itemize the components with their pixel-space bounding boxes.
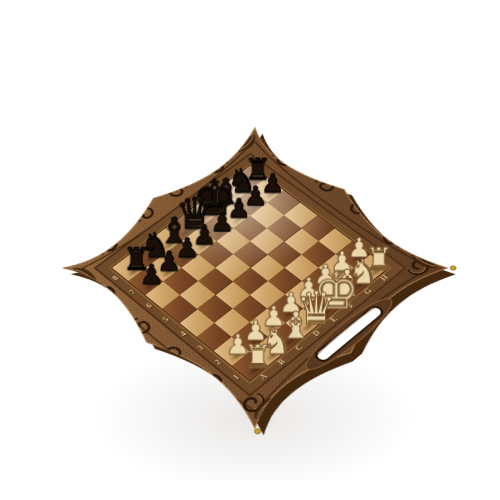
brass-clasp-right — [449, 265, 457, 271]
product-photo: 87654321 ♜♞♝♛♚♝♞♜♟♟♟♟♟♟♟♟♟♟♟♟♟♟♟♟♜♞♝♛♚♝♞… — [0, 0, 500, 500]
